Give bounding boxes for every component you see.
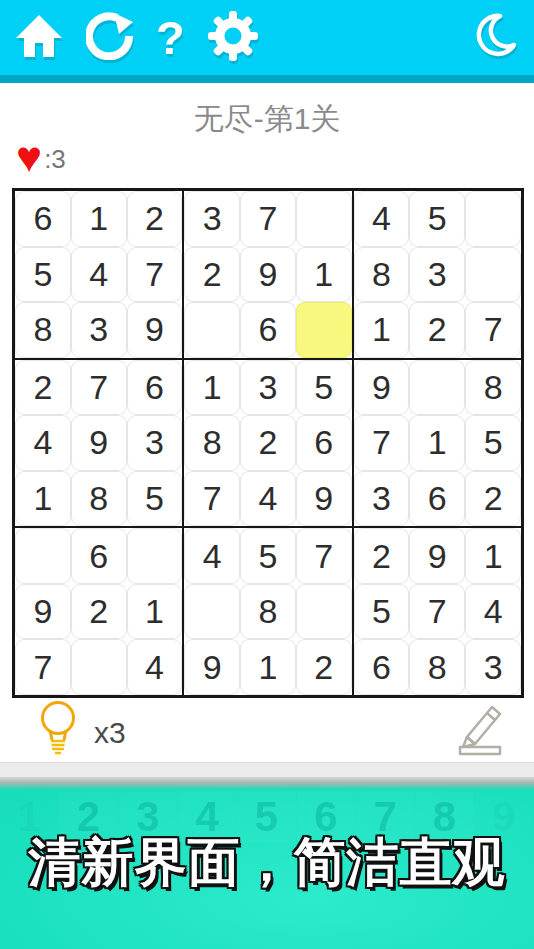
sudoku-cell-r6c4[interactable]: 7 [184,471,240,527]
promo-banner: 123456789 清新界面，简洁直观 [0,790,534,949]
sudoku-cell-r6c5[interactable]: 4 [240,471,296,527]
sudoku-board: 6125478393729164583127276493185135826749… [12,188,524,698]
sudoku-cell-r6c7[interactable]: 3 [354,471,410,527]
sudoku-cell-r9c3[interactable]: 4 [127,639,183,695]
sudoku-cell-r6c9[interactable]: 2 [465,471,521,527]
sudoku-box: 692174 [15,528,182,695]
sudoku-cell-r4c9[interactable]: 8 [465,360,521,416]
sudoku-cell-r6c8[interactable]: 6 [409,471,465,527]
sudoku-cell-r5c8[interactable]: 1 [409,415,465,471]
sudoku-cell-r9c1[interactable]: 7 [15,639,71,695]
sudoku-cell-r9c6[interactable]: 2 [296,639,352,695]
sudoku-cell-r3c4[interactable] [184,302,240,358]
sudoku-cell-r8c1[interactable]: 9 [15,584,71,640]
sudoku-cell-r7c1[interactable] [15,528,71,584]
sudoku-cell-r1c4[interactable]: 3 [184,191,240,247]
sudoku-cell-r9c7[interactable]: 6 [354,639,410,695]
pencil-icon [452,742,504,759]
sudoku-cell-r3c2[interactable]: 3 [71,302,127,358]
sudoku-cell-r6c3[interactable]: 5 [127,471,183,527]
sudoku-cell-r4c3[interactable]: 6 [127,360,183,416]
moon-icon [470,12,516,64]
sudoku-cell-r5c5[interactable]: 2 [240,415,296,471]
sudoku-cell-r9c2[interactable] [71,639,127,695]
sudoku-cell-r7c5[interactable]: 5 [240,528,296,584]
restart-button[interactable] [86,12,134,64]
sudoku-cell-r3c6[interactable] [296,302,352,358]
help-button[interactable]: ? [156,14,185,61]
sudoku-cell-r7c2[interactable]: 6 [71,528,127,584]
heart-icon: ♥ [16,137,42,177]
sudoku-cell-r3c9[interactable]: 7 [465,302,521,358]
sudoku-cell-r8c4[interactable] [184,584,240,640]
sudoku-cell-r4c8[interactable] [409,360,465,416]
lightbulb-icon [34,699,82,761]
sudoku-cell-r9c9[interactable]: 3 [465,639,521,695]
sudoku-cell-r7c8[interactable]: 9 [409,528,465,584]
sudoku-cell-r7c4[interactable]: 4 [184,528,240,584]
sudoku-cell-r5c1[interactable]: 4 [15,415,71,471]
sudoku-box: 4578912 [184,528,351,695]
sudoku-cell-r3c7[interactable]: 1 [354,302,410,358]
banner-caption: 清新界面，简洁直观 [0,828,534,898]
sudoku-cell-r8c8[interactable]: 7 [409,584,465,640]
gray-strip [0,762,534,777]
sudoku-cell-r6c6[interactable]: 9 [296,471,352,527]
sudoku-cell-r3c3[interactable]: 9 [127,302,183,358]
sudoku-cell-r4c4[interactable]: 1 [184,360,240,416]
hint-button[interactable] [34,699,82,761]
sudoku-cell-r4c2[interactable]: 7 [71,360,127,416]
sudoku-box: 612547839 [15,191,182,358]
topbar-shadow-strip [0,75,534,83]
refresh-icon [86,12,134,64]
sudoku-cell-r7c6[interactable]: 7 [296,528,352,584]
sudoku-cell-r2c3[interactable]: 7 [127,247,183,303]
sudoku-cell-r8c9[interactable]: 4 [465,584,521,640]
settings-button[interactable] [207,10,259,66]
sudoku-cell-r1c9[interactable] [465,191,521,247]
sudoku-cell-r8c5[interactable]: 8 [240,584,296,640]
sudoku-cell-r2c2[interactable]: 4 [71,247,127,303]
sudoku-cell-r1c5[interactable]: 7 [240,191,296,247]
sudoku-cell-r1c3[interactable]: 2 [127,191,183,247]
sudoku-cell-r7c3[interactable] [127,528,183,584]
sudoku-cell-r3c5[interactable]: 6 [240,302,296,358]
sudoku-cell-r8c3[interactable]: 1 [127,584,183,640]
sudoku-cell-r1c1[interactable]: 6 [15,191,71,247]
sudoku-cell-r5c2[interactable]: 9 [71,415,127,471]
gear-icon [207,10,259,66]
sudoku-cell-r4c5[interactable]: 3 [240,360,296,416]
sudoku-box: 4583127 [354,191,521,358]
sudoku-cell-r2c7[interactable]: 8 [354,247,410,303]
pencil-mode-button[interactable] [452,700,504,760]
sudoku-cell-r3c8[interactable]: 2 [409,302,465,358]
sudoku-cell-r8c2[interactable]: 2 [71,584,127,640]
fade-band [0,777,534,790]
sudoku-cell-r7c9[interactable]: 1 [465,528,521,584]
sudoku-cell-r2c9[interactable] [465,247,521,303]
sudoku-cell-r5c3[interactable]: 3 [127,415,183,471]
sudoku-cell-r5c4[interactable]: 8 [184,415,240,471]
sudoku-cell-r6c2[interactable]: 8 [71,471,127,527]
sudoku-cell-r5c6[interactable]: 6 [296,415,352,471]
sudoku-cell-r4c1[interactable]: 2 [15,360,71,416]
question-mark-icon: ? [156,14,185,61]
sudoku-cell-r2c6[interactable]: 1 [296,247,352,303]
sudoku-cell-r6c1[interactable]: 1 [15,471,71,527]
sudoku-cell-r3c1[interactable]: 8 [15,302,71,358]
lives-count: :3 [44,144,66,175]
sudoku-cell-r2c5[interactable]: 9 [240,247,296,303]
sudoku-cell-r5c9[interactable]: 5 [465,415,521,471]
sudoku-cell-r8c7[interactable]: 5 [354,584,410,640]
sudoku-box: 98715362 [354,360,521,527]
sudoku-cell-r5c7[interactable]: 7 [354,415,410,471]
lives-indicator: ♥ :3 [0,137,534,177]
top-bar: ? [0,0,534,75]
night-mode-button[interactable] [470,12,516,64]
level-title: 无尽-第1关 [0,101,534,137]
sudoku-box: 135826749 [184,360,351,527]
sudoku-cell-r1c2[interactable]: 1 [71,191,127,247]
sudoku-cell-r2c4[interactable]: 2 [184,247,240,303]
sudoku-cell-r4c6[interactable]: 5 [296,360,352,416]
sudoku-box: 276493185 [15,360,182,527]
sudoku-box: 291574683 [354,528,521,695]
sudoku-cell-r1c8[interactable]: 5 [409,191,465,247]
sudoku-cell-r2c8[interactable]: 3 [409,247,465,303]
sudoku-cell-r4c7[interactable]: 9 [354,360,410,416]
sudoku-cell-r9c8[interactable]: 8 [409,639,465,695]
sudoku-cell-r9c5[interactable]: 1 [240,639,296,695]
sudoku-cell-r1c6[interactable] [296,191,352,247]
hint-count: x3 [94,716,126,750]
sudoku-box: 372916 [184,191,351,358]
sudoku-cell-r7c7[interactable]: 2 [354,528,410,584]
sudoku-cell-r8c6[interactable] [296,584,352,640]
home-icon [14,11,64,65]
home-button[interactable] [14,11,64,65]
bottom-toolbar: x3 [0,698,534,762]
sudoku-cell-r2c1[interactable]: 5 [15,247,71,303]
sudoku-cell-r1c7[interactable]: 4 [354,191,410,247]
sudoku-cell-r9c4[interactable]: 9 [184,639,240,695]
